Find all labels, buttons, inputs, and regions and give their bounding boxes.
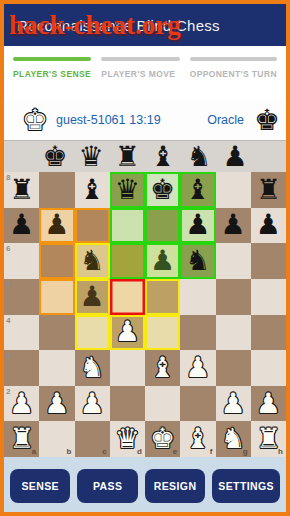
square-d4[interactable]: ♟ — [110, 315, 145, 351]
turn-step-tabs: PLAYER'S SENSEPLAYER'S MOVEOPPONENT'S TU… — [4, 46, 286, 100]
rank-label: 7 — [6, 209, 10, 218]
rank-label: 6 — [6, 244, 10, 253]
square-c6[interactable]: ♞ — [75, 243, 110, 279]
square-a8[interactable]: 8♜ — [4, 172, 39, 208]
white-king-icon: ♚ — [22, 102, 48, 138]
square-a4[interactable]: 4 — [4, 315, 39, 351]
white-queen-piece: ♛ — [115, 423, 140, 455]
black-king-icon: ♚ — [254, 102, 280, 138]
black-pawn-piece: ♟ — [150, 245, 175, 277]
tab-progress-bar — [13, 57, 91, 61]
white-pawn-piece: ♟ — [185, 352, 210, 384]
square-e2[interactable] — [145, 386, 180, 422]
square-h8[interactable]: ♜ — [251, 172, 286, 208]
tray-black-queen[interactable]: ♛ — [74, 142, 108, 172]
square-b3[interactable] — [39, 350, 74, 386]
square-g1[interactable]: g♞ — [216, 421, 251, 457]
file-label: g — [243, 447, 248, 456]
white-rook-piece: ♜ — [9, 423, 34, 455]
square-c8[interactable]: ♝ — [75, 172, 110, 208]
tray-black-king[interactable]: ♚ — [38, 142, 72, 172]
square-d1[interactable]: d♛ — [110, 421, 145, 457]
tab-progress-bar — [101, 57, 179, 61]
white-rook-piece: ♜ — [256, 423, 281, 455]
square-g8[interactable] — [216, 172, 251, 208]
square-f5[interactable] — [180, 279, 215, 315]
square-e1[interactable]: e♚ — [145, 421, 180, 457]
black-queen-piece: ♛ — [115, 174, 140, 206]
black-bishop-piece: ♝ — [185, 174, 210, 206]
black-king-piece: ♚ — [150, 174, 175, 206]
square-d7[interactable] — [110, 208, 145, 244]
square-b5[interactable] — [39, 279, 74, 315]
settings-button[interactable]: SETTINGS — [212, 469, 280, 503]
sense-button[interactable]: SENSE — [10, 469, 70, 503]
square-h5[interactable] — [251, 279, 286, 315]
square-d8[interactable]: ♛ — [110, 172, 145, 208]
white-pawn-piece: ♟ — [115, 316, 140, 348]
square-d5[interactable] — [110, 279, 145, 315]
white-knight-piece: ♞ — [221, 423, 246, 455]
tab-label: OPPONENT'S TURN — [190, 69, 277, 79]
square-c7[interactable] — [75, 208, 110, 244]
square-h2[interactable]: ♟ — [251, 386, 286, 422]
square-b1[interactable]: b — [39, 421, 74, 457]
white-bishop-piece: ♝ — [185, 423, 210, 455]
rank-label: 2 — [6, 387, 10, 396]
white-pawn-piece: ♟ — [44, 388, 69, 420]
black-player-name: Oracle — [207, 113, 244, 127]
square-b7[interactable]: ♟ — [39, 208, 74, 244]
app-screen: hack-cheat.org Reconnaissance Blind Ches… — [0, 0, 290, 516]
chess-board: 8♜♝♛♚♝♜7♟♟♟♟♟6♞♟♞5♟4♟3♞♝♟2♟♟♟♟♟1a♜bcd♛e♚… — [4, 172, 286, 457]
square-g2[interactable]: ♟ — [216, 386, 251, 422]
square-b6[interactable] — [39, 243, 74, 279]
square-g6[interactable] — [216, 243, 251, 279]
file-label: c — [102, 447, 106, 456]
square-h4[interactable] — [251, 315, 286, 351]
white-player-name: guest-51061 — [56, 113, 126, 127]
file-label: e — [173, 447, 177, 456]
square-h7[interactable]: ♟ — [251, 208, 286, 244]
tab-progress-bar — [190, 57, 277, 61]
rank-label: 4 — [6, 316, 10, 325]
tray-black-knight[interactable]: ♞ — [182, 142, 216, 172]
tray-black-pawn[interactable]: ♟ — [218, 142, 252, 172]
square-a2[interactable]: 2♟ — [4, 386, 39, 422]
square-e8[interactable]: ♚ — [145, 172, 180, 208]
tab-label: PLAYER'S SENSE — [13, 69, 91, 79]
file-label: f — [210, 447, 213, 456]
file-label: d — [137, 447, 142, 456]
square-f7[interactable]: ♟ — [180, 208, 215, 244]
file-label: b — [67, 447, 72, 456]
square-d6[interactable] — [110, 243, 145, 279]
white-pawn-piece: ♟ — [256, 388, 281, 420]
tab-player-s-move[interactable]: PLAYER'S MOVE — [101, 57, 179, 100]
square-g7[interactable]: ♟ — [216, 208, 251, 244]
square-g4[interactable] — [216, 315, 251, 351]
square-d3[interactable] — [110, 350, 145, 386]
black-pawn-piece: ♟ — [9, 209, 34, 241]
white-pawn-piece: ♟ — [9, 388, 34, 420]
square-c5[interactable]: ♟ — [75, 279, 110, 315]
page-title: Reconnaissance Blind Chess — [17, 17, 220, 34]
tray-black-rook[interactable]: ♜ — [110, 142, 144, 172]
file-label: a — [32, 447, 36, 456]
square-a5[interactable]: 5 — [4, 279, 39, 315]
square-g3[interactable] — [216, 350, 251, 386]
square-b8[interactable] — [39, 172, 74, 208]
square-e6[interactable]: ♟ — [145, 243, 180, 279]
square-h6[interactable] — [251, 243, 286, 279]
file-label: h — [278, 447, 283, 456]
opponent-piece-tray: ♚♛♜♝♞♟ — [4, 140, 286, 172]
black-rook-piece: ♜ — [9, 174, 34, 206]
tab-player-s-sense[interactable]: PLAYER'S SENSE — [13, 57, 91, 100]
black-pawn-piece: ♟ — [44, 209, 69, 241]
black-knight-piece: ♞ — [185, 245, 210, 277]
square-d2[interactable] — [110, 386, 145, 422]
square-h3[interactable] — [251, 350, 286, 386]
square-h1[interactable]: h♜ — [251, 421, 286, 457]
square-a6[interactable]: 6 — [4, 243, 39, 279]
square-e5[interactable] — [145, 279, 180, 315]
square-c4[interactable] — [75, 315, 110, 351]
white-pawn-piece: ♟ — [221, 388, 246, 420]
square-b2[interactable]: ♟ — [39, 386, 74, 422]
tray-black-bishop[interactable]: ♝ — [146, 142, 180, 172]
square-a7[interactable]: 7♟ — [4, 208, 39, 244]
black-pawn-piece: ♟ — [185, 209, 210, 241]
square-f3[interactable]: ♟ — [180, 350, 215, 386]
square-c1[interactable]: c — [75, 421, 110, 457]
square-c3[interactable]: ♞ — [75, 350, 110, 386]
square-f1[interactable]: f♝ — [180, 421, 215, 457]
square-f4[interactable] — [180, 315, 215, 351]
white-knight-piece: ♞ — [80, 352, 105, 384]
black-rook-piece: ♜ — [256, 174, 281, 206]
black-bishop-piece: ♝ — [80, 174, 105, 206]
pass-button[interactable]: PASS — [77, 469, 137, 503]
square-e4[interactable] — [145, 315, 180, 351]
tab-opponent-s-turn[interactable]: OPPONENT'S TURN — [190, 57, 277, 100]
square-a3[interactable]: 3 — [4, 350, 39, 386]
player-info-row: ♚ guest-51061 13:19 Oracle ♚ — [4, 100, 286, 140]
black-pawn-piece: ♟ — [256, 209, 281, 241]
black-pawn-piece: ♟ — [221, 209, 246, 241]
rank-label: 8 — [6, 173, 10, 182]
action-bar: SENSEPASSRESIGNSETTINGS — [4, 457, 286, 512]
white-bishop-piece: ♝ — [150, 352, 175, 384]
tab-label: PLAYER'S MOVE — [101, 69, 179, 79]
square-a1[interactable]: 1a♜ — [4, 421, 39, 457]
white-pawn-piece: ♟ — [80, 388, 105, 420]
square-c2[interactable]: ♟ — [75, 386, 110, 422]
resign-button[interactable]: RESIGN — [145, 469, 205, 503]
square-f2[interactable] — [180, 386, 215, 422]
black-pawn-piece: ♟ — [80, 281, 105, 313]
rank-label: 3 — [6, 351, 10, 360]
rank-label: 1 — [6, 422, 10, 431]
square-e7[interactable] — [145, 208, 180, 244]
title-bar: Reconnaissance Blind Chess — [4, 4, 286, 46]
white-king-piece: ♚ — [150, 423, 175, 455]
square-b4[interactable] — [39, 315, 74, 351]
rank-label: 5 — [6, 280, 10, 289]
square-e3[interactable]: ♝ — [145, 350, 180, 386]
square-g5[interactable] — [216, 279, 251, 315]
black-knight-piece: ♞ — [80, 245, 105, 277]
square-f6[interactable]: ♞ — [180, 243, 215, 279]
square-f8[interactable]: ♝ — [180, 172, 215, 208]
